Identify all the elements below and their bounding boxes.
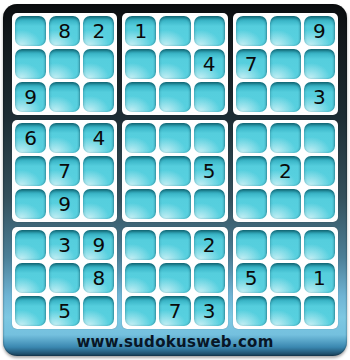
sudoku-cell[interactable]: 5	[236, 263, 267, 293]
sudoku-cell[interactable]: 5	[49, 296, 80, 326]
sudoku-cell[interactable]	[159, 263, 190, 293]
sudoku-cell[interactable]	[125, 123, 156, 153]
sudoku-cell[interactable]	[304, 189, 335, 219]
sudoku-cell[interactable]: 7	[236, 49, 267, 79]
sudoku-cell[interactable]: 4	[194, 49, 225, 79]
sudoku-cell[interactable]	[159, 16, 190, 46]
sudoku-cell[interactable]: 3	[194, 296, 225, 326]
sudoku-cell[interactable]	[236, 230, 267, 260]
sudoku-cell[interactable]	[83, 82, 114, 112]
sudoku-cell[interactable]	[49, 49, 80, 79]
sudoku-cell[interactable]	[83, 296, 114, 326]
sudoku-cell[interactable]: 9	[83, 230, 114, 260]
sudoku-cell[interactable]	[15, 263, 46, 293]
sudoku-cell[interactable]: 2	[270, 156, 301, 186]
sudoku-box-2-2: 5	[122, 120, 227, 222]
sudoku-cell[interactable]	[270, 296, 301, 326]
sudoku-cell[interactable]: 7	[49, 156, 80, 186]
sudoku-cell[interactable]: 2	[83, 16, 114, 46]
sudoku-cell[interactable]	[304, 296, 335, 326]
sudoku-cell[interactable]: 1	[125, 16, 156, 46]
sudoku-cell[interactable]	[125, 230, 156, 260]
sudoku-cell[interactable]	[270, 16, 301, 46]
sudoku-cell[interactable]: 1	[304, 263, 335, 293]
sudoku-cell[interactable]	[15, 296, 46, 326]
sudoku-cell[interactable]	[194, 123, 225, 153]
sudoku-box-2-3: 2	[233, 120, 338, 222]
sudoku-cell[interactable]: 3	[49, 230, 80, 260]
sudoku-board: 82914973647952398527351	[12, 13, 338, 329]
sudoku-box-3-2: 273	[122, 227, 227, 329]
sudoku-cell[interactable]	[125, 189, 156, 219]
sudoku-cell[interactable]	[236, 156, 267, 186]
sudoku-cell[interactable]	[159, 189, 190, 219]
sudoku-cell[interactable]	[15, 156, 46, 186]
sudoku-cell[interactable]	[83, 156, 114, 186]
sudoku-cell[interactable]: 9	[49, 189, 80, 219]
sudoku-cell[interactable]: 7	[159, 296, 190, 326]
sudoku-cell[interactable]	[159, 49, 190, 79]
sudoku-cell[interactable]	[236, 296, 267, 326]
site-url[interactable]: www.sudokusweb.com	[3, 333, 347, 351]
sudoku-cell[interactable]	[270, 263, 301, 293]
sudoku-cell[interactable]	[304, 123, 335, 153]
sudoku-cell[interactable]	[15, 16, 46, 46]
sudoku-cell[interactable]	[236, 189, 267, 219]
sudoku-cell[interactable]: 8	[49, 16, 80, 46]
sudoku-cell[interactable]	[15, 230, 46, 260]
sudoku-box-3-3: 51	[233, 227, 338, 329]
sudoku-cell[interactable]	[125, 49, 156, 79]
sudoku-cell[interactable]	[15, 189, 46, 219]
sudoku-cell[interactable]	[270, 82, 301, 112]
sudoku-cell[interactable]: 3	[304, 82, 335, 112]
sudoku-cell[interactable]	[159, 123, 190, 153]
sudoku-cell[interactable]: 5	[194, 156, 225, 186]
sudoku-cell[interactable]: 8	[83, 263, 114, 293]
sudoku-cell[interactable]	[125, 82, 156, 112]
sudoku-cell[interactable]	[194, 263, 225, 293]
sudoku-cell[interactable]: 9	[15, 82, 46, 112]
sudoku-cell[interactable]: 2	[194, 230, 225, 260]
sudoku-cell[interactable]	[125, 156, 156, 186]
sudoku-cell[interactable]	[159, 156, 190, 186]
sudoku-cell[interactable]	[49, 82, 80, 112]
sudoku-box-1-3: 973	[233, 13, 338, 115]
sudoku-cell[interactable]	[270, 189, 301, 219]
sudoku-cell[interactable]	[236, 123, 267, 153]
sudoku-cell[interactable]	[194, 189, 225, 219]
sudoku-cell[interactable]	[304, 49, 335, 79]
sudoku-cell[interactable]	[159, 230, 190, 260]
sudoku-cell[interactable]: 4	[83, 123, 114, 153]
sudoku-box-1-1: 829	[12, 13, 117, 115]
sudoku-cell[interactable]	[270, 123, 301, 153]
sudoku-cell[interactable]	[304, 156, 335, 186]
sudoku-cell[interactable]	[159, 82, 190, 112]
sudoku-cell[interactable]	[125, 296, 156, 326]
sudoku-cell[interactable]	[270, 49, 301, 79]
sudoku-plaque: 82914973647952398527351 www.sudokusweb.c…	[3, 4, 347, 356]
sudoku-box-3-1: 3985	[12, 227, 117, 329]
sudoku-cell[interactable]	[236, 82, 267, 112]
sudoku-cell[interactable]	[194, 16, 225, 46]
sudoku-cell[interactable]	[194, 82, 225, 112]
sudoku-cell[interactable]	[49, 263, 80, 293]
sudoku-cell[interactable]	[270, 230, 301, 260]
sudoku-cell[interactable]	[83, 189, 114, 219]
sudoku-box-1-2: 14	[122, 13, 227, 115]
sudoku-cell[interactable]	[15, 49, 46, 79]
sudoku-cell[interactable]	[236, 16, 267, 46]
sudoku-cell[interactable]: 6	[15, 123, 46, 153]
sudoku-cell[interactable]	[83, 49, 114, 79]
sudoku-cell[interactable]: 9	[304, 16, 335, 46]
sudoku-cell[interactable]	[304, 230, 335, 260]
sudoku-box-2-1: 6479	[12, 120, 117, 222]
sudoku-cell[interactable]	[49, 123, 80, 153]
sudoku-cell[interactable]	[125, 263, 156, 293]
